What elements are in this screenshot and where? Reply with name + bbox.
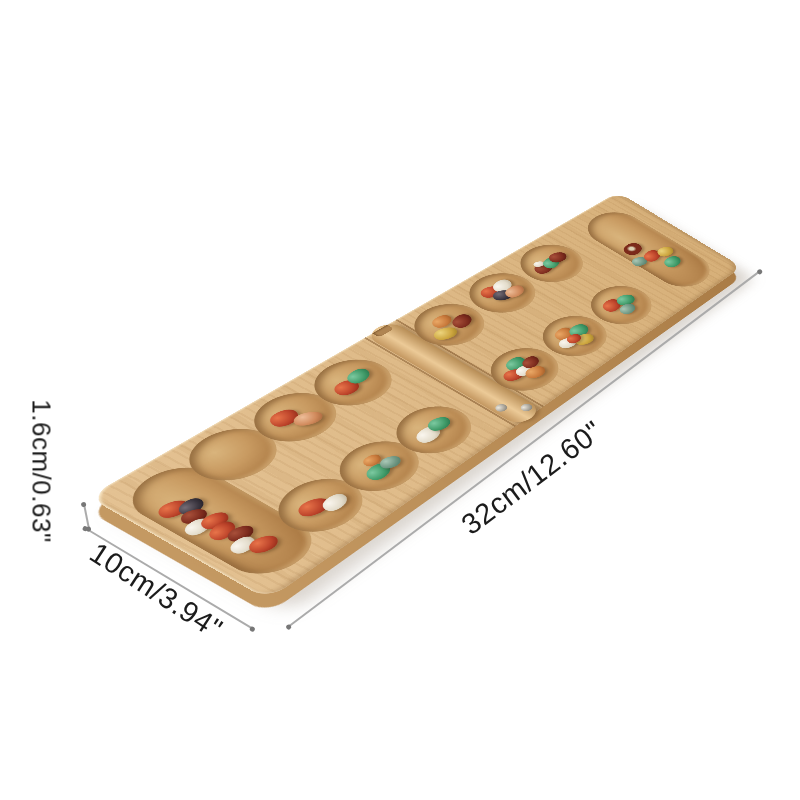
- store-b: [576, 206, 720, 294]
- product-photo: 32cm/12.60" 10cm/3.94" 1.6cm/0.63": [0, 0, 800, 800]
- dimension-label-thickness: 1.6cm/0.63": [26, 399, 57, 542]
- mancala-board: [88, 192, 742, 600]
